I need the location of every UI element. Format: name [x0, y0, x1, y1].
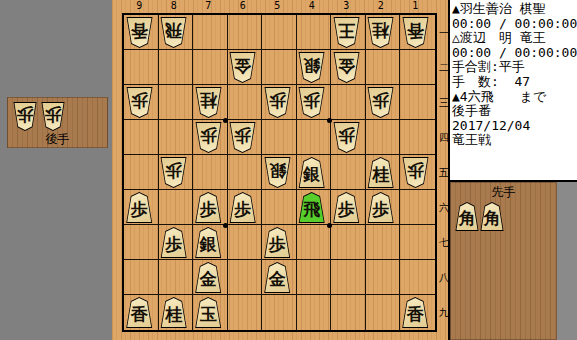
piece-kanji: 香	[407, 22, 424, 43]
shogi-board: 987654321 香飛王桂香金銀金歩桂歩歩歩歩歩歩歩銀歩銀桂歩歩歩飛歩歩歩銀歩…	[112, 0, 448, 340]
square-3-9[interactable]	[331, 295, 366, 330]
piece-kanji: 歩	[372, 92, 389, 113]
piece-kanji: 歩	[234, 127, 251, 148]
info-line-5: 手合割:平手	[452, 60, 577, 75]
piece-kanji: 歩	[165, 232, 182, 253]
square-2-4[interactable]	[366, 120, 401, 155]
file-label-8: 8	[157, 0, 192, 12]
square-7-1[interactable]	[193, 15, 228, 50]
piece-kanji: 玉	[200, 302, 217, 323]
square-2-7[interactable]	[366, 225, 401, 260]
square-9-7[interactable]	[124, 225, 159, 260]
square-4-8[interactable]	[297, 260, 332, 295]
info-line-6: 手 数: 47	[452, 75, 577, 90]
square-4-1[interactable]	[297, 15, 332, 50]
piece-kanji: 金	[338, 57, 355, 78]
piece-kanji: 歩	[338, 127, 355, 148]
piece-kanji: 銀	[200, 232, 217, 253]
sente-captured-tray: 先手 角角	[450, 182, 557, 340]
hoshi-dot	[327, 118, 332, 123]
sente-hand-pieces: 角角	[455, 202, 504, 231]
piece-kanji: 歩	[269, 92, 286, 113]
piece-kanji: 角	[484, 206, 501, 227]
piece-kanji: 歩	[407, 162, 424, 183]
square-6-1[interactable]	[228, 15, 263, 50]
gote-tray-label: 後手	[7, 131, 108, 148]
square-6-8[interactable]	[228, 260, 263, 295]
piece-kanji: 香	[131, 22, 148, 43]
hand-piece-角[interactable]: 角	[455, 202, 479, 231]
hand-piece-角[interactable]: 角	[480, 202, 504, 231]
square-1-7[interactable]	[400, 225, 435, 260]
square-6-3[interactable]	[228, 85, 263, 120]
piece-kanji: 歩	[200, 127, 217, 148]
file-label-4: 4	[295, 0, 330, 12]
square-1-2[interactable]	[400, 50, 435, 85]
shogi-app-window: 歩歩 後手 987654321 香飛王桂香金銀金歩桂歩歩歩歩歩歩歩銀歩銀桂歩歩歩…	[0, 0, 577, 340]
piece-kanji: 歩	[303, 92, 320, 113]
square-1-6[interactable]	[400, 190, 435, 225]
file-label-1: 1	[398, 0, 433, 12]
square-4-9[interactable]	[297, 295, 332, 330]
square-8-3[interactable]	[159, 85, 194, 120]
gote-hand-pieces: 歩歩	[13, 102, 65, 131]
square-1-4[interactable]	[400, 120, 435, 155]
file-label-3: 3	[329, 0, 364, 12]
piece-kanji: 歩	[131, 92, 148, 113]
square-8-8[interactable]	[159, 260, 194, 295]
info-line-10: 竜王戦	[452, 133, 577, 148]
piece-kanji: 歩	[165, 162, 182, 183]
game-info: ▲羽生善治 棋聖00:00 / 00:00:00△渡辺 明 竜王00:00 / …	[452, 2, 577, 148]
square-5-6[interactable]	[262, 190, 297, 225]
sente-tray-label: 先手	[450, 184, 557, 201]
square-6-7[interactable]	[228, 225, 263, 260]
info-line-2: 00:00 / 00:00:00	[452, 17, 577, 32]
square-4-4[interactable]	[297, 120, 332, 155]
hoshi-dot	[223, 118, 228, 123]
info-line-7: ▲4六飛 まで	[452, 90, 577, 105]
info-sidebar: ▲羽生善治 棋聖00:00 / 00:00:00△渡辺 明 竜王00:00 / …	[448, 0, 577, 340]
piece-kanji: 桂	[200, 92, 217, 113]
info-line-9: 2017/12/04	[452, 119, 577, 134]
square-1-3[interactable]	[400, 85, 435, 120]
info-line-3: △渡辺 明 竜王	[452, 31, 577, 46]
square-6-9[interactable]	[228, 295, 263, 330]
square-1-8[interactable]	[400, 260, 435, 295]
square-6-5[interactable]	[228, 155, 263, 190]
file-label-5: 5	[260, 0, 295, 12]
file-label-6: 6	[226, 0, 261, 12]
piece-kanji: 金	[269, 267, 286, 288]
piece-kanji: 香	[131, 302, 148, 323]
square-7-2[interactable]	[193, 50, 228, 85]
square-5-2[interactable]	[262, 50, 297, 85]
hoshi-dot	[327, 223, 332, 228]
piece-kanji: 歩	[200, 197, 217, 218]
piece-kanji: 歩	[372, 197, 389, 218]
square-5-4[interactable]	[262, 120, 297, 155]
square-2-9[interactable]	[366, 295, 401, 330]
piece-kanji: 歩	[269, 232, 286, 253]
piece-kanji: 桂	[372, 22, 389, 43]
gote-captured-tray: 歩歩 後手	[7, 97, 108, 148]
square-8-6[interactable]	[159, 190, 194, 225]
square-9-4[interactable]	[124, 120, 159, 155]
piece-kanji: 香	[407, 302, 424, 323]
piece-kanji: 金	[234, 57, 251, 78]
square-9-8[interactable]	[124, 260, 159, 295]
piece-kanji: 角	[459, 206, 476, 227]
piece-kanji: 歩	[338, 197, 355, 218]
square-8-4[interactable]	[159, 120, 194, 155]
info-line-1: ▲羽生善治 棋聖	[452, 2, 577, 17]
square-2-8[interactable]	[366, 260, 401, 295]
info-line-4: 00:00 / 00:00:00	[452, 46, 577, 61]
square-9-2[interactable]	[124, 50, 159, 85]
square-3-3[interactable]	[331, 85, 366, 120]
square-5-1[interactable]	[262, 15, 297, 50]
square-9-5[interactable]	[124, 155, 159, 190]
hand-piece-歩[interactable]: 歩	[41, 102, 65, 131]
info-line-8: 後手番	[452, 104, 577, 119]
piece-kanji: 銀	[303, 162, 320, 183]
square-7-5[interactable]	[193, 155, 228, 190]
piece-kanji: 金	[200, 267, 217, 288]
square-3-7[interactable]	[331, 225, 366, 260]
right-gray-strip	[557, 182, 577, 340]
piece-kanji: 飛	[303, 197, 320, 218]
piece-kanji: 桂	[165, 302, 182, 323]
square-4-7[interactable]	[297, 225, 332, 260]
file-label-7: 7	[191, 0, 226, 12]
piece-kanji: 桂	[372, 162, 389, 183]
piece-kanji: 飛	[165, 22, 182, 43]
square-3-5[interactable]	[331, 155, 366, 190]
square-2-2[interactable]	[366, 50, 401, 85]
hand-piece-歩[interactable]: 歩	[13, 102, 37, 131]
piece-kanji: 歩	[45, 106, 62, 127]
square-5-9[interactable]	[262, 295, 297, 330]
piece-kanji: 王	[338, 22, 355, 43]
piece-kanji: 歩	[17, 106, 34, 127]
square-8-2[interactable]	[159, 50, 194, 85]
piece-kanji: 歩	[234, 197, 251, 218]
sente-area: 先手 角角	[450, 180, 577, 340]
piece-kanji: 歩	[131, 197, 148, 218]
file-label-2: 2	[364, 0, 399, 12]
hoshi-dot	[223, 223, 228, 228]
file-label-9: 9	[122, 0, 157, 12]
piece-kanji: 銀	[303, 57, 320, 78]
square-3-8[interactable]	[331, 260, 366, 295]
piece-kanji: 銀	[269, 162, 286, 183]
